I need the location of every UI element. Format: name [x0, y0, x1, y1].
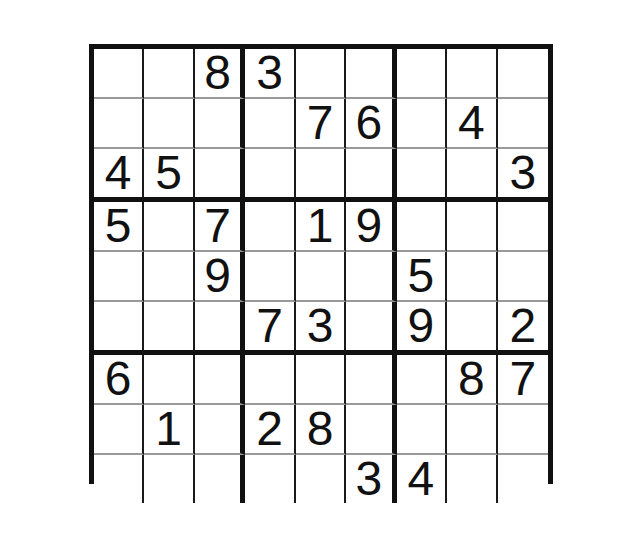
cell-r1c4[interactable]: 3: [245, 49, 295, 99]
cell-r7c3[interactable]: [195, 355, 245, 405]
cell-r4c4[interactable]: [245, 202, 295, 252]
cell-r1c8[interactable]: [447, 49, 497, 99]
cell-r9c1[interactable]: [94, 455, 144, 503]
cell-digit: 5: [408, 252, 435, 300]
sudoku-board: 83764453571995739268712834: [89, 44, 553, 484]
cell-r4c5[interactable]: 1: [296, 202, 346, 252]
cell-r3c5[interactable]: [296, 149, 346, 202]
cell-digit: 4: [408, 455, 435, 503]
cell-digit: 6: [356, 99, 383, 147]
cell-r5c3[interactable]: 9: [195, 252, 245, 302]
cell-r5c8[interactable]: [447, 252, 497, 302]
cell-digit: 8: [307, 405, 334, 453]
cell-r4c1[interactable]: 5: [94, 202, 144, 252]
cell-digit: 7: [509, 355, 536, 403]
cell-r8c8[interactable]: [447, 405, 497, 455]
cell-r8c5[interactable]: 8: [296, 405, 346, 455]
cell-r2c7[interactable]: [397, 99, 447, 149]
cell-digit: 3: [256, 49, 283, 97]
cell-r5c6[interactable]: [346, 252, 396, 302]
cell-r3c9[interactable]: 3: [498, 149, 548, 202]
cell-r4c6[interactable]: 9: [346, 202, 396, 252]
cell-digit: 1: [155, 405, 182, 453]
cell-r3c8[interactable]: [447, 149, 497, 202]
cell-r8c7[interactable]: [397, 405, 447, 455]
cell-r2c2[interactable]: [144, 99, 194, 149]
cell-r9c2[interactable]: [144, 455, 194, 503]
cell-r9c5[interactable]: [296, 455, 346, 503]
cell-r7c7[interactable]: [397, 355, 447, 405]
cell-digit: 9: [356, 202, 383, 250]
cell-r7c2[interactable]: [144, 355, 194, 405]
cell-r8c3[interactable]: [195, 405, 245, 455]
page: 83764453571995739268712834: [0, 0, 640, 540]
cell-r4c7[interactable]: [397, 202, 447, 252]
cell-digit: 5: [105, 202, 132, 250]
cell-r1c2[interactable]: [144, 49, 194, 99]
cell-r9c3[interactable]: [195, 455, 245, 503]
cell-r6c7[interactable]: 9: [397, 302, 447, 355]
cell-r2c5[interactable]: 7: [296, 99, 346, 149]
cell-digit: 3: [356, 455, 383, 503]
cell-r2c4[interactable]: [245, 99, 295, 149]
cell-r9c8[interactable]: [447, 455, 497, 503]
cell-digit: 4: [105, 149, 132, 197]
cell-r3c2[interactable]: 5: [144, 149, 194, 202]
cell-r7c6[interactable]: [346, 355, 396, 405]
cell-r8c1[interactable]: [94, 405, 144, 455]
cell-digit: 2: [509, 302, 536, 350]
cell-digit: 7: [307, 99, 334, 147]
cell-r9c9[interactable]: [498, 455, 548, 503]
cell-digit: 1: [307, 202, 334, 250]
cell-r5c5[interactable]: [296, 252, 346, 302]
cell-r3c6[interactable]: [346, 149, 396, 202]
cell-digit: 9: [408, 302, 435, 350]
cell-r8c9[interactable]: [498, 405, 548, 455]
cell-r7c8[interactable]: 8: [447, 355, 497, 405]
cell-r4c8[interactable]: [447, 202, 497, 252]
cell-r9c6[interactable]: 3: [346, 455, 396, 503]
cell-digit: 5: [155, 149, 182, 197]
cell-r6c6[interactable]: [346, 302, 396, 355]
cell-digit: 8: [204, 49, 231, 97]
cell-r7c4[interactable]: [245, 355, 295, 405]
cell-digit: 3: [509, 149, 536, 197]
cell-digit: 9: [204, 252, 231, 300]
cell-r4c2[interactable]: [144, 202, 194, 252]
cell-r6c3[interactable]: [195, 302, 245, 355]
cell-r3c3[interactable]: [195, 149, 245, 202]
cell-r8c2[interactable]: 1: [144, 405, 194, 455]
cell-digit: 6: [105, 355, 132, 403]
cell-r6c8[interactable]: [447, 302, 497, 355]
cell-r6c4[interactable]: 7: [245, 302, 295, 355]
cell-r1c7[interactable]: [397, 49, 447, 99]
cell-r4c9[interactable]: [498, 202, 548, 252]
cell-digit: 3: [307, 302, 334, 350]
cell-r6c1[interactable]: [94, 302, 144, 355]
cell-digit: 4: [458, 99, 485, 147]
cell-r2c8[interactable]: 4: [447, 99, 497, 149]
cell-r1c1[interactable]: [94, 49, 144, 99]
cell-r1c3[interactable]: 8: [195, 49, 245, 99]
cell-r1c5[interactable]: [296, 49, 346, 99]
cell-r9c7[interactable]: 4: [397, 455, 447, 503]
cell-r8c6[interactable]: [346, 405, 396, 455]
cell-r3c7[interactable]: [397, 149, 447, 202]
cell-r5c7[interactable]: 5: [397, 252, 447, 302]
cell-r6c5[interactable]: 3: [296, 302, 346, 355]
cell-r3c1[interactable]: 4: [94, 149, 144, 202]
cell-digit: 8: [458, 355, 485, 403]
cell-r6c2[interactable]: [144, 302, 194, 355]
cell-r7c9[interactable]: 7: [498, 355, 548, 405]
cell-r2c9[interactable]: [498, 99, 548, 149]
cell-r5c2[interactable]: [144, 252, 194, 302]
cell-r6c9[interactable]: 2: [498, 302, 548, 355]
cell-r2c3[interactable]: [195, 99, 245, 149]
cell-digit: 2: [256, 405, 283, 453]
cell-r5c1[interactable]: [94, 252, 144, 302]
cell-digit: 7: [204, 202, 231, 250]
cell-r1c9[interactable]: [498, 49, 548, 99]
cell-r2c1[interactable]: [94, 99, 144, 149]
cell-r1c6[interactable]: [346, 49, 396, 99]
cell-r5c9[interactable]: [498, 252, 548, 302]
cell-r4c3[interactable]: 7: [195, 202, 245, 252]
cell-r2c6[interactable]: 6: [346, 99, 396, 149]
cell-r3c4[interactable]: [245, 149, 295, 202]
cell-r5c4[interactable]: [245, 252, 295, 302]
cell-r7c1[interactable]: 6: [94, 355, 144, 405]
cell-r8c4[interactable]: 2: [245, 405, 295, 455]
cell-r7c5[interactable]: [296, 355, 346, 405]
cell-r9c4[interactable]: [245, 455, 295, 503]
cell-digit: 7: [256, 302, 283, 350]
